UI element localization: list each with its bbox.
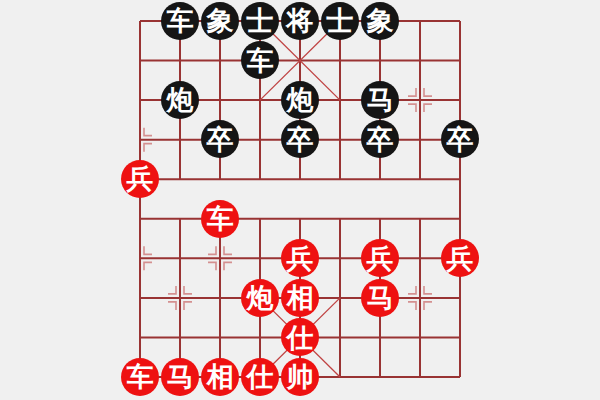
piece-black-soldier[interactable]: 卒 xyxy=(201,120,239,158)
board-point: 马 xyxy=(160,357,200,397)
board-point: 炮 xyxy=(160,80,200,120)
piece-black-soldier[interactable]: 卒 xyxy=(361,120,399,158)
board-point: 仕 xyxy=(280,317,320,357)
piece-red-general[interactable]: 帅 xyxy=(281,358,319,396)
board-point: 兵 xyxy=(280,238,320,278)
board-point: 将 xyxy=(280,1,320,41)
piece-red-elephant[interactable]: 相 xyxy=(281,279,319,317)
piece-black-elephant[interactable]: 象 xyxy=(201,2,239,40)
piece-red-horse[interactable]: 马 xyxy=(161,358,199,396)
piece-red-soldier[interactable]: 兵 xyxy=(361,239,399,277)
board-point: 车 xyxy=(240,41,280,81)
board-point: 炮 xyxy=(240,278,280,318)
piece-red-soldier[interactable]: 兵 xyxy=(121,160,159,198)
piece-black-horse[interactable]: 马 xyxy=(361,81,399,119)
piece-red-chariot[interactable]: 车 xyxy=(201,200,239,238)
piece-red-elephant[interactable]: 相 xyxy=(201,358,239,396)
piece-black-advisor[interactable]: 士 xyxy=(321,2,359,40)
board-point: 象 xyxy=(360,1,400,41)
board-point: 象 xyxy=(200,1,240,41)
piece-black-chariot[interactable]: 车 xyxy=(161,2,199,40)
board-point: 车 xyxy=(160,1,200,41)
board-point: 兵 xyxy=(360,238,400,278)
piece-black-soldier[interactable]: 卒 xyxy=(441,120,479,158)
piece-black-general[interactable]: 将 xyxy=(281,2,319,40)
piece-black-cannon[interactable]: 炮 xyxy=(281,81,319,119)
piece-red-advisor[interactable]: 仕 xyxy=(241,358,279,396)
board-point: 兵 xyxy=(440,238,480,278)
board-point: 车 xyxy=(120,357,160,397)
xiangqi-screenshot: 车象士将士象车炮炮马卒卒卒卒兵车兵兵兵炮相马仕车马相仕帅 xyxy=(0,0,600,400)
board-point: 马 xyxy=(360,278,400,318)
board-point: 车 xyxy=(200,199,240,239)
piece-black-elephant[interactable]: 象 xyxy=(361,2,399,40)
piece-red-horse[interactable]: 马 xyxy=(361,279,399,317)
board-point: 仕 xyxy=(240,357,280,397)
piece-red-advisor[interactable]: 仕 xyxy=(281,318,319,356)
board-point: 帅 xyxy=(280,357,320,397)
piece-red-soldier[interactable]: 兵 xyxy=(281,239,319,277)
board-point: 卒 xyxy=(280,120,320,160)
piece-black-soldier[interactable]: 卒 xyxy=(281,120,319,158)
piece-red-chariot[interactable]: 车 xyxy=(121,358,159,396)
board-point: 马 xyxy=(360,80,400,120)
xiangqi-board[interactable]: 车象士将士象车炮炮马卒卒卒卒兵车兵兵兵炮相马仕车马相仕帅 xyxy=(120,1,480,396)
board-point: 兵 xyxy=(120,159,160,199)
board-point: 士 xyxy=(240,1,280,41)
board-point: 士 xyxy=(320,1,360,41)
board-point: 相 xyxy=(280,278,320,318)
board-point: 相 xyxy=(200,357,240,397)
piece-black-cannon[interactable]: 炮 xyxy=(161,81,199,119)
piece-black-advisor[interactable]: 士 xyxy=(241,2,279,40)
piece-black-chariot[interactable]: 车 xyxy=(241,41,279,79)
board-point: 卒 xyxy=(360,120,400,160)
piece-red-soldier[interactable]: 兵 xyxy=(441,239,479,277)
board-point: 炮 xyxy=(280,80,320,120)
board-point: 卒 xyxy=(200,120,240,160)
piece-red-cannon[interactable]: 炮 xyxy=(241,279,279,317)
board-point: 卒 xyxy=(440,120,480,160)
